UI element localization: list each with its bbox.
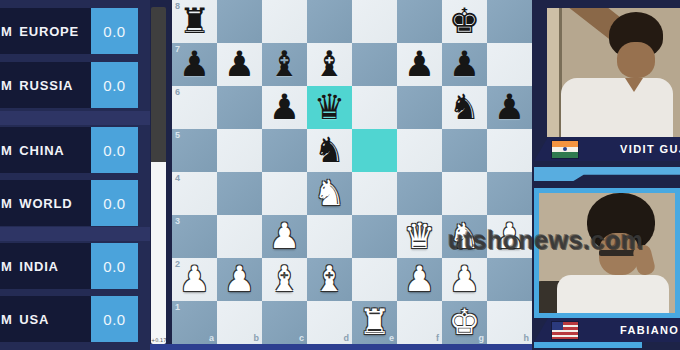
team-prefix: M [1,312,12,327]
piece-white-bishop: ♝ [269,262,300,297]
square-a3: 3 [172,215,217,258]
piece-white-bishop: ♝ [314,262,345,297]
square-h4 [487,172,532,215]
team-row-usa: M USA 0.0 [0,296,138,342]
square-h5 [487,129,532,172]
piece-white-pawn: ♟ [404,262,435,297]
square-g8: ♚ [442,0,487,43]
square-f7: ♟ [397,43,442,86]
square-c4 [262,172,307,215]
square-h8 [487,0,532,43]
team-score: 0.0 [103,77,125,94]
square-g2: ♟ [442,258,487,301]
team-score: 0.0 [103,311,125,328]
team-name: USA [19,312,49,327]
square-h6: ♟ [487,86,532,129]
piece-white-pawn: ♟ [449,262,480,297]
rank-label-4: 4 [175,173,180,183]
team-score-box: 0.0 [91,62,138,108]
team-name: RUSSIA [19,78,73,93]
player-name: FABIANO CA [620,324,680,336]
scoreboard-separator [0,111,150,125]
team-row-china: M CHINA 0.0 [0,127,138,173]
team-name: CHINA [19,143,64,158]
square-e4 [352,172,397,215]
player-face [617,42,655,78]
square-h2 [487,258,532,301]
square-d8 [307,0,352,43]
team-row-india: M INDIA 0.0 [0,243,138,289]
square-g7: ♟ [442,43,487,86]
team-name: EUROPE [19,24,79,39]
team-row-europe: M EUROPE 0.0 [0,8,138,54]
piece-black-pawn: ♟ [449,47,480,82]
square-a1: 1a [172,301,217,344]
square-b5 [217,129,262,172]
webcam-vidit [547,8,680,137]
name-plate-fabiano: FABIANO CA [534,318,680,342]
file-label-b: b [254,333,260,343]
piece-black-rook: ♜ [179,4,210,39]
piece-black-pawn: ♟ [404,47,435,82]
square-f4 [397,172,442,215]
square-g4 [442,172,487,215]
square-d2: ♝ [307,258,352,301]
square-e5 [352,129,397,172]
piece-white-pawn: ♟ [269,219,300,254]
background-door [547,8,559,137]
square-e3 [352,215,397,258]
watermark-text: utshonews.com [448,226,643,255]
square-c2: ♝ [262,258,307,301]
team-name: INDIA [19,259,58,274]
square-c6: ♟ [262,86,307,129]
square-b7: ♟ [217,43,262,86]
file-label-e: e [389,333,394,343]
square-e8 [352,0,397,43]
eval-score: +0.17 [151,337,166,343]
broadcast-screen: M EUROPE 0.0 M RUSSIA 0.0 M CHINA 0.0 M … [0,0,680,350]
square-b4 [217,172,262,215]
team-score-box: 0.0 [91,296,138,342]
rank-label-6: 6 [175,87,180,97]
square-e7 [352,43,397,86]
team-score-box: 0.0 [91,180,138,226]
team-prefix: M [1,143,12,158]
square-d4: ♞ [307,172,352,215]
square-c8 [262,0,307,43]
webcam-panel: VIDIT GUJR FABIANO CA [532,0,680,350]
square-f3: ♛ [397,215,442,258]
usa-flag-icon [552,322,578,339]
team-prefix: M [1,78,12,93]
team-scoreboard: M EUROPE 0.0 M RUSSIA 0.0 M CHINA 0.0 M … [0,0,150,350]
square-c5 [262,129,307,172]
square-e1: e♜ [352,301,397,344]
board-bottom-strip [150,344,532,350]
square-c1: c [262,301,307,344]
square-c3: ♟ [262,215,307,258]
rank-label-8: 8 [175,1,180,11]
piece-black-king: ♚ [449,4,480,39]
rank-label-2: 2 [175,259,180,269]
piece-black-bishop: ♝ [314,47,345,82]
name-plate-vidit: VIDIT GUJR [534,137,680,161]
file-label-c: c [299,333,304,343]
team-score-box: 0.0 [91,243,138,289]
square-a2: 2♟ [172,258,217,301]
square-a8: 8♜ [172,0,217,43]
panel-divider-bar [534,167,680,181]
square-e6 [352,86,397,129]
team-score-box: 0.0 [91,8,138,54]
team-prefix: M [1,259,12,274]
file-label-d: d [344,333,350,343]
piece-black-pawn: ♟ [494,90,525,125]
team-score-box: 0.0 [91,127,138,173]
square-h1: h [487,301,532,344]
piece-black-pawn: ♟ [179,47,210,82]
square-b2: ♟ [217,258,262,301]
square-a4: 4 [172,172,217,215]
square-h7 [487,43,532,86]
square-e2 [352,258,397,301]
player-shirt [557,275,669,313]
piece-black-pawn: ♟ [224,47,255,82]
file-label-h: h [524,333,530,343]
square-c7: ♝ [262,43,307,86]
eval-bar: +0.17 [151,7,166,344]
team-score: 0.0 [103,142,125,159]
player-shirt [561,78,673,137]
team-name: WORLD [19,196,72,211]
file-label-g: g [479,333,485,343]
rank-label-3: 3 [175,216,180,226]
square-b8 [217,0,262,43]
rank-label-7: 7 [175,44,180,54]
square-a7: 7♟ [172,43,217,86]
square-f1: f [397,301,442,344]
square-g5 [442,129,487,172]
piece-white-knight: ♞ [314,176,345,211]
piece-white-queen: ♛ [404,219,435,254]
piece-black-queen: ♛ [314,90,345,125]
square-d5: ♞ [307,129,352,172]
rank-label-1: 1 [175,302,180,312]
rank-label-5: 5 [175,130,180,140]
eval-black-portion [151,7,166,162]
team-score: 0.0 [103,258,125,275]
piece-white-pawn: ♟ [179,262,210,297]
team-prefix: M [1,196,12,211]
piece-white-rook: ♜ [359,305,390,340]
piece-black-knight: ♞ [314,133,345,168]
team-score: 0.0 [103,195,125,212]
square-d3 [307,215,352,258]
square-a5: 5 [172,129,217,172]
square-d6: ♛ [307,86,352,129]
square-d1: d [307,301,352,344]
piece-white-pawn: ♟ [224,262,255,297]
piece-black-knight: ♞ [449,90,480,125]
square-b3 [217,215,262,258]
scoreboard-separator [0,227,150,241]
square-b1: b [217,301,262,344]
square-f6 [397,86,442,129]
file-label-f: f [436,333,439,343]
piece-black-pawn: ♟ [269,90,300,125]
eval-white-portion: +0.17 [151,162,166,344]
square-g6: ♞ [442,86,487,129]
player-name: VIDIT GUJR [620,143,680,155]
square-b6 [217,86,262,129]
piece-white-king: ♚ [449,305,480,340]
india-flag-icon [552,141,578,158]
team-prefix: M [1,24,12,39]
player-collar [625,78,643,92]
square-d7: ♝ [307,43,352,86]
panel-bottom-accent [534,342,642,348]
file-label-a: a [209,333,214,343]
chess-board: 8♜♚7♟♟♝♝♟♟6♟♛♞♟5♞4♞3♟♛♞♟2♟♟♝♝♟♟1abcde♜fg… [172,0,532,344]
team-score: 0.0 [103,23,125,40]
square-f8 [397,0,442,43]
team-row-russia: M RUSSIA 0.0 [0,62,138,108]
square-a6: 6 [172,86,217,129]
square-f5 [397,129,442,172]
piece-black-bishop: ♝ [269,47,300,82]
team-row-world: M WORLD 0.0 [0,180,138,226]
square-f2: ♟ [397,258,442,301]
square-g1: g♚ [442,301,487,344]
